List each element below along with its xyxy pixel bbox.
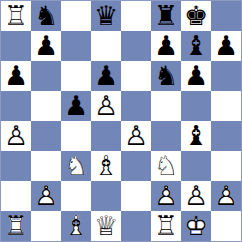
square-g2[interactable]: ♟♙ <box>181 181 211 211</box>
square-b8[interactable]: ♞ <box>31 1 61 31</box>
piece-black-knight: ♞ <box>154 61 178 91</box>
square-e4[interactable]: ♟♙ <box>121 121 151 151</box>
piece-black-pawn: ♟ <box>214 31 238 61</box>
square-g6[interactable]: ♟ <box>181 61 211 91</box>
piece-black-rook: ♜ <box>154 1 178 31</box>
square-a4[interactable]: ♟♙ <box>1 121 31 151</box>
white-piece-outline: ♕ <box>94 211 118 241</box>
piece-white-pawn: ♟♙ <box>214 181 238 211</box>
square-h1[interactable] <box>211 211 241 241</box>
square-h2[interactable]: ♟♙ <box>211 181 241 211</box>
piece-white-pawn: ♟♙ <box>94 91 118 121</box>
square-e1[interactable] <box>121 211 151 241</box>
square-c6[interactable] <box>61 61 91 91</box>
piece-white-knight: ♞♘ <box>154 151 178 181</box>
square-g4[interactable]: ♝ <box>181 121 211 151</box>
square-e8[interactable] <box>121 1 151 31</box>
square-d4[interactable] <box>91 121 121 151</box>
square-g3[interactable] <box>181 151 211 181</box>
square-a1[interactable]: ♜♖ <box>1 211 31 241</box>
white-piece-outline: ♙ <box>34 181 58 211</box>
square-d2[interactable] <box>91 181 121 211</box>
square-d5[interactable]: ♟♙ <box>91 91 121 121</box>
white-piece-outline: ♙ <box>94 91 118 121</box>
square-h3[interactable] <box>211 151 241 181</box>
white-piece-outline: ♖ <box>4 1 28 31</box>
square-a8[interactable]: ♜♖ <box>1 1 31 31</box>
piece-black-bishop: ♝ <box>184 121 208 151</box>
square-b2[interactable]: ♟♙ <box>31 181 61 211</box>
white-piece-outline: ♘ <box>154 151 178 181</box>
square-b6[interactable] <box>31 61 61 91</box>
square-f5[interactable] <box>151 91 181 121</box>
piece-white-rook: ♜♖ <box>154 211 178 241</box>
square-c1[interactable]: ♝♗ <box>61 211 91 241</box>
white-piece-outline: ♙ <box>214 181 238 211</box>
piece-white-rook: ♜♖ <box>4 1 28 31</box>
square-h8[interactable] <box>211 1 241 31</box>
piece-white-pawn: ♟♙ <box>4 121 28 151</box>
square-b3[interactable] <box>31 151 61 181</box>
square-c7[interactable] <box>61 31 91 61</box>
piece-black-pawn: ♟ <box>94 61 118 91</box>
white-piece-outline: ♙ <box>154 181 178 211</box>
square-e2[interactable] <box>121 181 151 211</box>
square-e6[interactable] <box>121 61 151 91</box>
square-d6[interactable]: ♟ <box>91 61 121 91</box>
white-piece-outline: ♗ <box>64 211 88 241</box>
square-d1[interactable]: ♛♕ <box>91 211 121 241</box>
piece-white-bishop: ♝♗ <box>64 211 88 241</box>
square-e7[interactable] <box>121 31 151 61</box>
white-piece-outline: ♙ <box>124 121 148 151</box>
white-piece-outline: ♖ <box>154 211 178 241</box>
white-piece-outline: ♙ <box>4 121 28 151</box>
piece-white-bishop: ♝♗ <box>94 151 118 181</box>
piece-white-knight: ♞♘ <box>64 151 88 181</box>
square-f3[interactable]: ♞♘ <box>151 151 181 181</box>
piece-black-queen: ♛ <box>94 1 118 31</box>
piece-white-rook: ♜♖ <box>4 211 28 241</box>
square-h4[interactable] <box>211 121 241 151</box>
square-f1[interactable]: ♜♖ <box>151 211 181 241</box>
square-g7[interactable]: ♝ <box>181 31 211 61</box>
piece-black-pawn: ♟ <box>34 31 58 61</box>
square-e5[interactable] <box>121 91 151 121</box>
square-a6[interactable]: ♟ <box>1 61 31 91</box>
square-h7[interactable]: ♟ <box>211 31 241 61</box>
piece-white-pawn: ♟♙ <box>34 181 58 211</box>
piece-black-pawn: ♟ <box>64 91 88 121</box>
square-f8[interactable]: ♜ <box>151 1 181 31</box>
square-e3[interactable] <box>121 151 151 181</box>
square-g8[interactable]: ♚ <box>181 1 211 31</box>
square-a7[interactable] <box>1 31 31 61</box>
square-c8[interactable] <box>61 1 91 31</box>
piece-white-pawn: ♟♙ <box>184 181 208 211</box>
square-c2[interactable] <box>61 181 91 211</box>
square-b1[interactable] <box>31 211 61 241</box>
white-piece-outline: ♖ <box>4 211 28 241</box>
square-a2[interactable] <box>1 181 31 211</box>
square-h5[interactable] <box>211 91 241 121</box>
square-c5[interactable]: ♟ <box>61 91 91 121</box>
piece-white-king: ♚♔ <box>184 211 208 241</box>
piece-black-knight: ♞ <box>34 1 58 31</box>
piece-black-pawn: ♟ <box>154 31 178 61</box>
square-c3[interactable]: ♞♘ <box>61 151 91 181</box>
white-piece-outline: ♘ <box>64 151 88 181</box>
white-piece-outline: ♗ <box>94 151 118 181</box>
square-f7[interactable]: ♟ <box>151 31 181 61</box>
square-b5[interactable] <box>31 91 61 121</box>
square-f6[interactable]: ♞ <box>151 61 181 91</box>
square-f2[interactable]: ♟♙ <box>151 181 181 211</box>
piece-black-bishop: ♝ <box>184 31 208 61</box>
square-f4[interactable] <box>151 121 181 151</box>
square-d8[interactable]: ♛ <box>91 1 121 31</box>
white-piece-outline: ♔ <box>184 211 208 241</box>
square-a3[interactable] <box>1 151 31 181</box>
piece-white-pawn: ♟♙ <box>154 181 178 211</box>
square-g1[interactable]: ♚♔ <box>181 211 211 241</box>
piece-white-pawn: ♟♙ <box>124 121 148 151</box>
piece-black-king: ♚ <box>184 1 208 31</box>
square-b7[interactable]: ♟ <box>31 31 61 61</box>
white-piece-outline: ♙ <box>184 181 208 211</box>
chess-board: ♜♖♞♛♜♚♟♟♝♟♟♟♞♟♟♟♙♟♙♟♙♝♞♘♝♗♞♘♟♙♟♙♟♙♟♙♜♖♝♗… <box>0 0 242 242</box>
square-d7[interactable] <box>91 31 121 61</box>
square-h6[interactable] <box>211 61 241 91</box>
square-a5[interactable] <box>1 91 31 121</box>
piece-white-queen: ♛♕ <box>94 211 118 241</box>
square-g5[interactable] <box>181 91 211 121</box>
square-d3[interactable]: ♝♗ <box>91 151 121 181</box>
piece-black-pawn: ♟ <box>184 61 208 91</box>
square-c4[interactable] <box>61 121 91 151</box>
square-b4[interactable] <box>31 121 61 151</box>
piece-black-pawn: ♟ <box>4 61 28 91</box>
